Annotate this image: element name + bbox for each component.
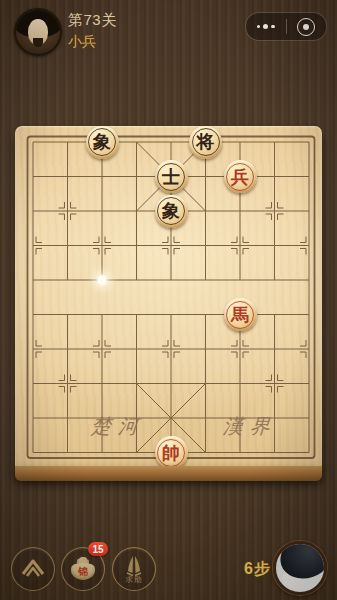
- more-menu-button[interactable]: [246, 13, 286, 40]
- exit-button[interactable]: [287, 13, 327, 40]
- piece-red-general[interactable]: 帥: [155, 436, 188, 469]
- piece-glyph: 象: [155, 195, 188, 228]
- close-circle-icon: [297, 18, 315, 36]
- miniprogram-capsule: [245, 12, 327, 41]
- piece-black-elephant[interactable]: 象: [155, 195, 188, 228]
- level-label: 第73关: [68, 12, 117, 27]
- app-screen: 第73关 小兵 楚河 漢界 象将士兵象馬帥 锦 15: [0, 0, 337, 600]
- piece-glyph: 士: [155, 160, 188, 193]
- piece-glyph: 馬: [224, 298, 257, 331]
- avatar-beard: [33, 38, 43, 47]
- move-highlight-dot: [98, 276, 106, 284]
- ellipsis-icon: [257, 24, 275, 29]
- piece-black-advisor[interactable]: 士: [155, 160, 188, 193]
- collapse-panel-button[interactable]: [11, 547, 55, 591]
- money-bag-icon: 锦: [71, 559, 95, 580]
- piece-red-horse[interactable]: 馬: [224, 298, 257, 331]
- chevron-up-icon: [12, 548, 54, 590]
- piece-black-general[interactable]: 将: [189, 126, 222, 159]
- ask-help-button[interactable]: 求助: [112, 547, 156, 591]
- piece-glyph: 兵: [224, 160, 257, 193]
- piece-glyph: 象: [86, 126, 119, 159]
- bag-character: 锦: [71, 565, 95, 579]
- opponent-avatar[interactable]: [273, 541, 327, 595]
- header-texts: 第73关 小兵: [68, 12, 117, 48]
- river-label-right: 漢界: [222, 413, 278, 440]
- piece-glyph: 将: [189, 126, 222, 159]
- player-avatar[interactable]: [14, 8, 62, 56]
- piece-red-soldier[interactable]: 兵: [224, 160, 257, 193]
- hint-count-badge: 15: [88, 542, 108, 556]
- board-bevel: [15, 466, 322, 481]
- piece-black-elephant[interactable]: 象: [86, 126, 119, 159]
- steps-remaining: 6步: [244, 559, 271, 580]
- rank-label: 小兵: [68, 34, 117, 48]
- piece-glyph: 帥: [155, 436, 188, 469]
- xiangqi-board[interactable]: 楚河 漢界 象将士兵象馬帥: [15, 126, 322, 468]
- help-label: 求助: [113, 575, 155, 585]
- river-label-left: 楚河: [90, 413, 146, 440]
